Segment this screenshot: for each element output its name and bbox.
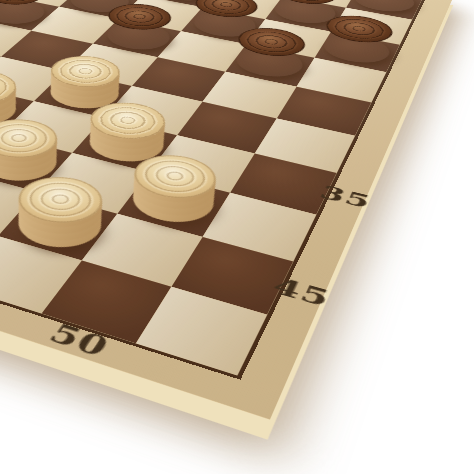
photo-stage: 504535 [0,0,474,474]
draughts-board: 504535 [0,0,456,420]
square-r4c10[interactable] [297,58,387,103]
